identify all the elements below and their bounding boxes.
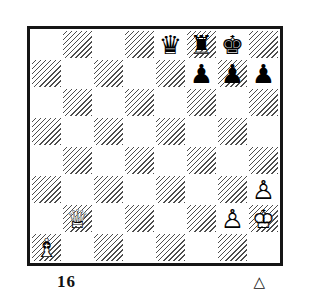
square-a6[interactable] xyxy=(31,88,62,117)
square-g2[interactable]: ♟♙ xyxy=(217,204,248,233)
square-b7[interactable] xyxy=(62,59,93,88)
white-pawn-glyph: ♙ xyxy=(248,175,279,204)
square-e5[interactable] xyxy=(155,117,186,146)
square-c4[interactable] xyxy=(93,146,124,175)
white-king-glyph: ♔ xyxy=(248,204,279,233)
square-g7[interactable]: ♟♟ xyxy=(217,59,248,88)
square-h1[interactable] xyxy=(248,233,279,262)
square-b1[interactable] xyxy=(62,233,93,262)
square-a1[interactable]: ♝♗ xyxy=(31,233,62,262)
square-g3[interactable] xyxy=(217,175,248,204)
black-rook[interactable]: ♜♜ xyxy=(186,30,217,59)
square-e4[interactable] xyxy=(155,146,186,175)
square-c7[interactable] xyxy=(93,59,124,88)
square-h7[interactable]: ♟♟ xyxy=(248,59,279,88)
square-g6[interactable] xyxy=(217,88,248,117)
square-b6[interactable] xyxy=(62,88,93,117)
square-f5[interactable] xyxy=(186,117,217,146)
black-pawn[interactable]: ♟♟ xyxy=(186,59,217,88)
square-b5[interactable] xyxy=(62,117,93,146)
square-e3[interactable] xyxy=(155,175,186,204)
square-g8[interactable]: ♚♚ xyxy=(217,30,248,59)
square-d7[interactable] xyxy=(124,59,155,88)
square-c1[interactable] xyxy=(93,233,124,262)
white-bishop-glyph: ♗ xyxy=(31,233,62,262)
white-pawn[interactable]: ♟♙ xyxy=(217,204,248,233)
caption-row: 16 △ xyxy=(27,271,283,293)
white-pawn[interactable]: ♟♙ xyxy=(248,175,279,204)
square-e8[interactable]: ♛♛ xyxy=(155,30,186,59)
white-to-move-icon: △ xyxy=(253,273,265,291)
chess-board: ♛♛♜♜♚♚♟♟♟♟♟♟♟♙♛♕♟♙♚♔♝♗ xyxy=(27,26,283,266)
square-d5[interactable] xyxy=(124,117,155,146)
black-pawn-glyph: ♟ xyxy=(248,59,279,88)
square-h6[interactable] xyxy=(248,88,279,117)
square-h3[interactable]: ♟♙ xyxy=(248,175,279,204)
black-king-glyph: ♚ xyxy=(217,30,248,59)
square-f6[interactable] xyxy=(186,88,217,117)
square-h4[interactable] xyxy=(248,146,279,175)
square-c6[interactable] xyxy=(93,88,124,117)
black-pawn-glyph: ♟ xyxy=(217,59,248,88)
square-d2[interactable] xyxy=(124,204,155,233)
square-b8[interactable] xyxy=(62,30,93,59)
square-a7[interactable] xyxy=(31,59,62,88)
black-queen[interactable]: ♛♛ xyxy=(155,30,186,59)
square-g4[interactable] xyxy=(217,146,248,175)
square-c8[interactable] xyxy=(93,30,124,59)
white-queen-glyph: ♕ xyxy=(62,204,93,233)
square-d1[interactable] xyxy=(124,233,155,262)
square-a3[interactable] xyxy=(31,175,62,204)
square-d4[interactable] xyxy=(124,146,155,175)
square-a2[interactable] xyxy=(31,204,62,233)
square-e2[interactable] xyxy=(155,204,186,233)
square-f1[interactable] xyxy=(186,233,217,262)
square-g1[interactable] xyxy=(217,233,248,262)
square-b4[interactable] xyxy=(62,146,93,175)
black-rook-glyph: ♜ xyxy=(186,30,217,59)
white-bishop[interactable]: ♝♗ xyxy=(31,233,62,262)
white-queen[interactable]: ♛♕ xyxy=(62,204,93,233)
black-king[interactable]: ♚♚ xyxy=(217,30,248,59)
square-f3[interactable] xyxy=(186,175,217,204)
square-c5[interactable] xyxy=(93,117,124,146)
square-h8[interactable] xyxy=(248,30,279,59)
black-pawn[interactable]: ♟♟ xyxy=(217,59,248,88)
square-e6[interactable] xyxy=(155,88,186,117)
square-c3[interactable] xyxy=(93,175,124,204)
diagram-page: ♛♛♜♜♚♚♟♟♟♟♟♟♟♙♛♕♟♙♚♔♝♗ 16 △ xyxy=(0,0,309,299)
black-queen-glyph: ♛ xyxy=(155,30,186,59)
square-c2[interactable] xyxy=(93,204,124,233)
black-pawn[interactable]: ♟♟ xyxy=(248,59,279,88)
square-f7[interactable]: ♟♟ xyxy=(186,59,217,88)
square-f4[interactable] xyxy=(186,146,217,175)
diagram-number: 16 xyxy=(57,272,76,292)
square-g5[interactable] xyxy=(217,117,248,146)
square-e7[interactable] xyxy=(155,59,186,88)
square-b3[interactable] xyxy=(62,175,93,204)
square-h5[interactable] xyxy=(248,117,279,146)
square-a8[interactable] xyxy=(31,30,62,59)
white-king[interactable]: ♚♔ xyxy=(248,204,279,233)
black-pawn-glyph: ♟ xyxy=(186,59,217,88)
square-d6[interactable] xyxy=(124,88,155,117)
white-pawn-glyph: ♙ xyxy=(217,204,248,233)
square-b2[interactable]: ♛♕ xyxy=(62,204,93,233)
square-f8[interactable]: ♜♜ xyxy=(186,30,217,59)
square-d3[interactable] xyxy=(124,175,155,204)
square-h2[interactable]: ♚♔ xyxy=(248,204,279,233)
square-a4[interactable] xyxy=(31,146,62,175)
square-e1[interactable] xyxy=(155,233,186,262)
square-f2[interactable] xyxy=(186,204,217,233)
square-d8[interactable] xyxy=(124,30,155,59)
square-a5[interactable] xyxy=(31,117,62,146)
